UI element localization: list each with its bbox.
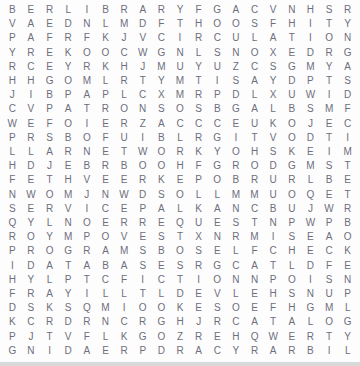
grid-cell-r3c14[interactable]: L bbox=[245, 31, 264, 45]
grid-cell-r1c2[interactable]: E bbox=[22, 3, 41, 17]
grid-cell-r17c6[interactable]: O bbox=[96, 230, 115, 244]
grid-cell-r12c6[interactable]: R bbox=[96, 159, 115, 173]
grid-cell-r19c2[interactable]: D bbox=[22, 259, 41, 273]
grid-cell-r25c8[interactable]: P bbox=[133, 344, 152, 358]
grid-cell-r12c15[interactable]: D bbox=[264, 159, 283, 173]
grid-cell-r19c10[interactable]: S bbox=[171, 259, 190, 273]
grid-cell-r7c12[interactable]: P bbox=[208, 88, 227, 102]
grid-cell-r22c1[interactable]: D bbox=[3, 301, 22, 315]
grid-cell-r20c4[interactable]: P bbox=[59, 273, 78, 287]
grid-cell-r13c16[interactable]: R bbox=[282, 173, 301, 187]
grid-cell-r13c17[interactable]: L bbox=[301, 173, 320, 187]
grid-cell-r16c16[interactable]: P bbox=[282, 216, 301, 230]
grid-cell-r10c16[interactable]: O bbox=[282, 131, 301, 145]
grid-cell-r6c5[interactable]: M bbox=[78, 74, 97, 88]
grid-cell-r13c3[interactable]: T bbox=[40, 173, 59, 187]
grid-cell-r16c1[interactable]: Q bbox=[3, 216, 22, 230]
grid-cell-r24c15[interactable]: W bbox=[264, 330, 283, 344]
grid-cell-r14c1[interactable]: N bbox=[3, 188, 22, 202]
grid-cell-r6c10[interactable]: M bbox=[171, 74, 190, 88]
grid-cell-r4c19[interactable]: G bbox=[338, 46, 357, 60]
grid-cell-r14c16[interactable]: O bbox=[282, 188, 301, 202]
grid-cell-r4c8[interactable]: W bbox=[133, 46, 152, 60]
grid-cell-r14c13[interactable]: M bbox=[227, 188, 246, 202]
grid-cell-r24c8[interactable]: G bbox=[133, 330, 152, 344]
grid-cell-r1c4[interactable]: L bbox=[59, 3, 78, 17]
grid-cell-r4c16[interactable]: E bbox=[282, 46, 301, 60]
grid-cell-r6c17[interactable]: P bbox=[301, 74, 320, 88]
grid-cell-r20c13[interactable]: N bbox=[227, 273, 246, 287]
grid-cell-r9c16[interactable]: O bbox=[282, 117, 301, 131]
grid-cell-r3c8[interactable]: V bbox=[133, 31, 152, 45]
grid-cell-r21c17[interactable]: N bbox=[301, 287, 320, 301]
grid-cell-r9c19[interactable]: C bbox=[338, 117, 357, 131]
grid-cell-r20c14[interactable]: N bbox=[245, 273, 264, 287]
grid-cell-r14c15[interactable]: U bbox=[264, 188, 283, 202]
grid-cell-r7c2[interactable]: I bbox=[22, 88, 41, 102]
grid-cell-r2c19[interactable]: Y bbox=[338, 17, 357, 31]
grid-cell-r13c19[interactable]: E bbox=[338, 173, 357, 187]
grid-cell-r15c18[interactable]: W bbox=[320, 202, 339, 216]
grid-cell-r21c16[interactable]: S bbox=[282, 287, 301, 301]
grid-cell-r24c19[interactable]: Y bbox=[338, 330, 357, 344]
grid-cell-r7c11[interactable]: R bbox=[189, 88, 208, 102]
grid-cell-r25c13[interactable]: Y bbox=[227, 344, 246, 358]
grid-cell-r20c16[interactable]: O bbox=[282, 273, 301, 287]
grid-cell-r3c15[interactable]: A bbox=[264, 31, 283, 45]
grid-cell-r23c5[interactable]: R bbox=[78, 315, 97, 329]
grid-cell-r11c17[interactable]: E bbox=[301, 145, 320, 159]
grid-cell-r1c16[interactable]: N bbox=[282, 3, 301, 17]
grid-cell-r6c4[interactable]: O bbox=[59, 74, 78, 88]
grid-cell-r17c19[interactable]: O bbox=[338, 230, 357, 244]
grid-cell-r24c2[interactable]: J bbox=[22, 330, 41, 344]
grid-cell-r8c19[interactable]: F bbox=[338, 102, 357, 116]
grid-cell-r4c5[interactable]: O bbox=[78, 46, 97, 60]
grid-cell-r1c13[interactable]: A bbox=[227, 3, 246, 17]
grid-cell-r12c13[interactable]: R bbox=[227, 159, 246, 173]
grid-cell-r24c13[interactable]: H bbox=[227, 330, 246, 344]
grid-cell-r9c12[interactable]: C bbox=[208, 117, 227, 131]
grid-cell-r7c9[interactable]: X bbox=[152, 88, 171, 102]
grid-cell-r7c14[interactable]: L bbox=[245, 88, 264, 102]
grid-cell-r5c11[interactable]: Y bbox=[189, 60, 208, 74]
grid-cell-r25c15[interactable]: A bbox=[264, 344, 283, 358]
grid-cell-r23c1[interactable]: K bbox=[3, 315, 22, 329]
grid-cell-r2c12[interactable]: O bbox=[208, 17, 227, 31]
grid-cell-r9c8[interactable]: Z bbox=[133, 117, 152, 131]
grid-cell-r18c10[interactable]: O bbox=[171, 244, 190, 258]
grid-cell-r11c9[interactable]: O bbox=[152, 145, 171, 159]
grid-cell-r25c12[interactable]: C bbox=[208, 344, 227, 358]
grid-cell-r15c16[interactable]: U bbox=[282, 202, 301, 216]
grid-cell-r8c7[interactable]: O bbox=[115, 102, 134, 116]
grid-cell-r6c15[interactable]: Y bbox=[264, 74, 283, 88]
grid-cell-r9c2[interactable]: E bbox=[22, 117, 41, 131]
grid-cell-r1c12[interactable]: G bbox=[208, 3, 227, 17]
grid-cell-r14c3[interactable]: O bbox=[40, 188, 59, 202]
grid-cell-r19c12[interactable]: G bbox=[208, 259, 227, 273]
grid-cell-r14c14[interactable]: M bbox=[245, 188, 264, 202]
grid-cell-r7c17[interactable]: W bbox=[301, 88, 320, 102]
grid-cell-r6c12[interactable]: I bbox=[208, 74, 227, 88]
grid-cell-r16c12[interactable]: E bbox=[208, 216, 227, 230]
grid-cell-r4c2[interactable]: R bbox=[22, 46, 41, 60]
grid-cell-r8c15[interactable]: L bbox=[264, 102, 283, 116]
grid-cell-r12c5[interactable]: B bbox=[78, 159, 97, 173]
grid-cell-r22c17[interactable]: G bbox=[301, 301, 320, 315]
grid-cell-r3c13[interactable]: U bbox=[227, 31, 246, 45]
grid-cell-r22c10[interactable]: K bbox=[171, 301, 190, 315]
grid-cell-r8c1[interactable]: C bbox=[3, 102, 22, 116]
grid-cell-r25c5[interactable]: A bbox=[78, 344, 97, 358]
grid-cell-r18c1[interactable]: P bbox=[3, 244, 22, 258]
grid-cell-r22c11[interactable]: E bbox=[189, 301, 208, 315]
grid-cell-r16c18[interactable]: P bbox=[320, 216, 339, 230]
grid-cell-r18c3[interactable]: O bbox=[40, 244, 59, 258]
grid-cell-r15c5[interactable]: I bbox=[78, 202, 97, 216]
grid-cell-r15c15[interactable]: B bbox=[264, 202, 283, 216]
grid-cell-r20c8[interactable]: I bbox=[133, 273, 152, 287]
grid-cell-r16c3[interactable]: L bbox=[40, 216, 59, 230]
grid-cell-r23c15[interactable]: T bbox=[264, 315, 283, 329]
grid-cell-r16c11[interactable]: U bbox=[189, 216, 208, 230]
grid-cell-r21c7[interactable]: L bbox=[115, 287, 134, 301]
grid-cell-r10c15[interactable]: V bbox=[264, 131, 283, 145]
grid-cell-r8c18[interactable]: M bbox=[320, 102, 339, 116]
grid-cell-r5c18[interactable]: Y bbox=[320, 60, 339, 74]
grid-cell-r8c16[interactable]: B bbox=[282, 102, 301, 116]
grid-cell-r24c14[interactable]: Q bbox=[245, 330, 264, 344]
grid-cell-r17c8[interactable]: E bbox=[133, 230, 152, 244]
grid-cell-r19c7[interactable]: A bbox=[115, 259, 134, 273]
grid-cell-r19c1[interactable]: I bbox=[3, 259, 22, 273]
grid-cell-r6c16[interactable]: D bbox=[282, 74, 301, 88]
grid-cell-r16c9[interactable]: E bbox=[152, 216, 171, 230]
grid-cell-r21c9[interactable]: L bbox=[152, 287, 171, 301]
grid-cell-r21c2[interactable]: R bbox=[22, 287, 41, 301]
grid-cell-r21c1[interactable]: F bbox=[3, 287, 22, 301]
grid-cell-r9c13[interactable]: E bbox=[227, 117, 246, 131]
grid-cell-r15c3[interactable]: R bbox=[40, 202, 59, 216]
grid-cell-r15c7[interactable]: E bbox=[115, 202, 134, 216]
grid-cell-r5c19[interactable]: A bbox=[338, 60, 357, 74]
grid-cell-r24c16[interactable]: E bbox=[282, 330, 301, 344]
grid-cell-r3c6[interactable]: K bbox=[96, 31, 115, 45]
grid-cell-r2c1[interactable]: V bbox=[3, 17, 22, 31]
grid-cell-r4c1[interactable]: Y bbox=[3, 46, 22, 60]
grid-cell-r17c7[interactable]: V bbox=[115, 230, 134, 244]
grid-cell-r20c10[interactable]: T bbox=[171, 273, 190, 287]
grid-cell-r18c12[interactable]: E bbox=[208, 244, 227, 258]
grid-cell-r14c17[interactable]: Q bbox=[301, 188, 320, 202]
grid-cell-r7c1[interactable]: J bbox=[3, 88, 22, 102]
grid-cell-r2c3[interactable]: E bbox=[40, 17, 59, 31]
grid-cell-r11c7[interactable]: T bbox=[115, 145, 134, 159]
grid-cell-r9c3[interactable]: F bbox=[40, 117, 59, 131]
grid-cell-r24c4[interactable]: V bbox=[59, 330, 78, 344]
grid-cell-r22c19[interactable]: L bbox=[338, 301, 357, 315]
grid-cell-r2c18[interactable]: T bbox=[320, 17, 339, 31]
grid-cell-r2c11[interactable]: H bbox=[189, 17, 208, 31]
grid-cell-r21c10[interactable]: D bbox=[171, 287, 190, 301]
grid-cell-r8c14[interactable]: A bbox=[245, 102, 264, 116]
grid-cell-r1c7[interactable]: R bbox=[115, 3, 134, 17]
grid-cell-r5c2[interactable]: C bbox=[22, 60, 41, 74]
grid-cell-r1c1[interactable]: B bbox=[3, 3, 22, 17]
grid-cell-r5c3[interactable]: E bbox=[40, 60, 59, 74]
grid-cell-r25c3[interactable]: I bbox=[40, 344, 59, 358]
grid-cell-r20c11[interactable]: I bbox=[189, 273, 208, 287]
grid-cell-r17c4[interactable]: M bbox=[59, 230, 78, 244]
grid-cell-r17c11[interactable]: X bbox=[189, 230, 208, 244]
grid-cell-r22c2[interactable]: S bbox=[22, 301, 41, 315]
grid-cell-r3c7[interactable]: J bbox=[115, 31, 134, 45]
grid-cell-r24c1[interactable]: P bbox=[3, 330, 22, 344]
grid-cell-r23c11[interactable]: J bbox=[189, 315, 208, 329]
grid-cell-r7c19[interactable]: D bbox=[338, 88, 357, 102]
grid-cell-r21c11[interactable]: E bbox=[189, 287, 208, 301]
grid-cell-r17c10[interactable]: T bbox=[171, 230, 190, 244]
grid-cell-r10c7[interactable]: U bbox=[115, 131, 134, 145]
grid-cell-r24c9[interactable]: O bbox=[152, 330, 171, 344]
grid-cell-r4c13[interactable]: N bbox=[227, 46, 246, 60]
grid-cell-r12c19[interactable]: T bbox=[338, 159, 357, 173]
grid-cell-r4c14[interactable]: O bbox=[245, 46, 264, 60]
grid-cell-r16c13[interactable]: S bbox=[227, 216, 246, 230]
grid-cell-r12c2[interactable]: D bbox=[22, 159, 41, 173]
grid-cell-r5c17[interactable]: M bbox=[301, 60, 320, 74]
grid-cell-r22c4[interactable]: S bbox=[59, 301, 78, 315]
grid-cell-r9c11[interactable]: C bbox=[189, 117, 208, 131]
grid-cell-r22c14[interactable]: E bbox=[245, 301, 264, 315]
grid-cell-r22c8[interactable]: O bbox=[133, 301, 152, 315]
grid-cell-r18c13[interactable]: L bbox=[227, 244, 246, 258]
grid-cell-r5c12[interactable]: U bbox=[208, 60, 227, 74]
grid-cell-r19c8[interactable]: S bbox=[133, 259, 152, 273]
grid-cell-r3c2[interactable]: A bbox=[22, 31, 41, 45]
grid-cell-r18c17[interactable]: E bbox=[301, 244, 320, 258]
grid-cell-r16c4[interactable]: N bbox=[59, 216, 78, 230]
grid-cell-r4c7[interactable]: C bbox=[115, 46, 134, 60]
grid-cell-r20c9[interactable]: C bbox=[152, 273, 171, 287]
grid-cell-r6c6[interactable]: L bbox=[96, 74, 115, 88]
grid-cell-r24c6[interactable]: L bbox=[96, 330, 115, 344]
grid-cell-r14c11[interactable]: L bbox=[189, 188, 208, 202]
grid-cell-r6c8[interactable]: T bbox=[133, 74, 152, 88]
grid-cell-r10c14[interactable]: T bbox=[245, 131, 264, 145]
grid-cell-r18c19[interactable]: K bbox=[338, 244, 357, 258]
grid-cell-r25c10[interactable]: R bbox=[171, 344, 190, 358]
grid-cell-r13c18[interactable]: B bbox=[320, 173, 339, 187]
grid-cell-r4c9[interactable]: G bbox=[152, 46, 171, 60]
grid-cell-r19c5[interactable]: A bbox=[78, 259, 97, 273]
grid-cell-r11c16[interactable]: K bbox=[282, 145, 301, 159]
grid-cell-r11c19[interactable]: M bbox=[338, 145, 357, 159]
grid-cell-r6c9[interactable]: Y bbox=[152, 74, 171, 88]
grid-cell-r20c19[interactable]: N bbox=[338, 273, 357, 287]
grid-cell-r14c19[interactable]: T bbox=[338, 188, 357, 202]
grid-cell-r2c5[interactable]: N bbox=[78, 17, 97, 31]
grid-cell-r1c8[interactable]: A bbox=[133, 3, 152, 17]
grid-cell-r22c15[interactable]: F bbox=[264, 301, 283, 315]
grid-cell-r5c6[interactable]: K bbox=[96, 60, 115, 74]
grid-cell-r20c6[interactable]: C bbox=[96, 273, 115, 287]
grid-cell-r16c14[interactable]: T bbox=[245, 216, 264, 230]
grid-cell-r13c5[interactable]: V bbox=[78, 173, 97, 187]
grid-cell-r2c16[interactable]: H bbox=[282, 17, 301, 31]
grid-cell-r10c8[interactable]: I bbox=[133, 131, 152, 145]
grid-cell-r23c14[interactable]: A bbox=[245, 315, 264, 329]
grid-cell-r13c9[interactable]: K bbox=[152, 173, 171, 187]
grid-cell-r10c17[interactable]: D bbox=[301, 131, 320, 145]
grid-cell-r8c10[interactable]: O bbox=[171, 102, 190, 116]
grid-cell-r15c19[interactable]: R bbox=[338, 202, 357, 216]
grid-cell-r6c13[interactable]: S bbox=[227, 74, 246, 88]
grid-cell-r13c2[interactable]: E bbox=[22, 173, 41, 187]
grid-cell-r9c10[interactable]: C bbox=[171, 117, 190, 131]
grid-cell-r4c6[interactable]: O bbox=[96, 46, 115, 60]
grid-cell-r8c8[interactable]: N bbox=[133, 102, 152, 116]
grid-cell-r4c17[interactable]: D bbox=[301, 46, 320, 60]
grid-cell-r16c2[interactable]: Y bbox=[22, 216, 41, 230]
grid-cell-r10c1[interactable]: P bbox=[3, 131, 22, 145]
grid-cell-r25c18[interactable]: I bbox=[320, 344, 339, 358]
grid-cell-r23c2[interactable]: C bbox=[22, 315, 41, 329]
grid-cell-r10c2[interactable]: R bbox=[22, 131, 41, 145]
grid-cell-r12c17[interactable]: M bbox=[301, 159, 320, 173]
grid-cell-r20c15[interactable]: P bbox=[264, 273, 283, 287]
grid-cell-r24c5[interactable]: F bbox=[78, 330, 97, 344]
grid-cell-r12c9[interactable]: O bbox=[152, 159, 171, 173]
grid-cell-r1c3[interactable]: R bbox=[40, 3, 59, 17]
grid-cell-r15c11[interactable]: K bbox=[189, 202, 208, 216]
grid-cell-r22c3[interactable]: K bbox=[40, 301, 59, 315]
grid-cell-r25c17[interactable]: B bbox=[301, 344, 320, 358]
grid-cell-r7c3[interactable]: B bbox=[40, 88, 59, 102]
grid-cell-r2c17[interactable]: I bbox=[301, 17, 320, 31]
grid-cell-r16c10[interactable]: Q bbox=[171, 216, 190, 230]
grid-cell-r14c4[interactable]: M bbox=[59, 188, 78, 202]
grid-cell-r6c11[interactable]: T bbox=[189, 74, 208, 88]
grid-cell-r12c14[interactable]: O bbox=[245, 159, 264, 173]
grid-cell-r4c18[interactable]: R bbox=[320, 46, 339, 60]
grid-cell-r17c1[interactable]: R bbox=[3, 230, 22, 244]
grid-cell-r9c9[interactable]: A bbox=[152, 117, 171, 131]
grid-cell-r21c18[interactable]: U bbox=[320, 287, 339, 301]
grid-cell-r14c10[interactable]: O bbox=[171, 188, 190, 202]
grid-cell-r19c4[interactable]: T bbox=[59, 259, 78, 273]
grid-cell-r9c18[interactable]: E bbox=[320, 117, 339, 131]
grid-cell-r21c4[interactable]: Y bbox=[59, 287, 78, 301]
grid-cell-r17c5[interactable]: P bbox=[78, 230, 97, 244]
grid-cell-r10c18[interactable]: T bbox=[320, 131, 339, 145]
grid-cell-r7c4[interactable]: P bbox=[59, 88, 78, 102]
grid-cell-r18c16[interactable]: H bbox=[282, 244, 301, 258]
grid-cell-r5c4[interactable]: Y bbox=[59, 60, 78, 74]
grid-cell-r17c18[interactable]: A bbox=[320, 230, 339, 244]
grid-cell-r12c4[interactable]: E bbox=[59, 159, 78, 173]
grid-cell-r15c12[interactable]: A bbox=[208, 202, 227, 216]
grid-cell-r8c6[interactable]: R bbox=[96, 102, 115, 116]
grid-cell-r16c19[interactable]: B bbox=[338, 216, 357, 230]
grid-cell-r23c9[interactable]: G bbox=[152, 315, 171, 329]
grid-cell-r5c16[interactable]: G bbox=[282, 60, 301, 74]
grid-cell-r11c2[interactable]: L bbox=[22, 145, 41, 159]
grid-cell-r13c4[interactable]: H bbox=[59, 173, 78, 187]
grid-cell-r10c6[interactable]: F bbox=[96, 131, 115, 145]
grid-cell-r12c1[interactable]: H bbox=[3, 159, 22, 173]
grid-cell-r18c2[interactable]: R bbox=[22, 244, 41, 258]
grid-cell-r14c18[interactable]: E bbox=[320, 188, 339, 202]
grid-cell-r10c5[interactable]: O bbox=[78, 131, 97, 145]
grid-cell-r6c3[interactable]: G bbox=[40, 74, 59, 88]
grid-cell-r21c15[interactable]: H bbox=[264, 287, 283, 301]
grid-cell-r10c10[interactable]: L bbox=[171, 131, 190, 145]
grid-cell-r3c5[interactable]: F bbox=[78, 31, 97, 45]
grid-cell-r21c19[interactable]: P bbox=[338, 287, 357, 301]
grid-cell-r20c2[interactable]: Y bbox=[22, 273, 41, 287]
grid-cell-r1c15[interactable]: V bbox=[264, 3, 283, 17]
grid-cell-r11c13[interactable]: O bbox=[227, 145, 246, 159]
grid-cell-r15c17[interactable]: J bbox=[301, 202, 320, 216]
grid-cell-r23c18[interactable]: O bbox=[320, 315, 339, 329]
grid-cell-r8c12[interactable]: B bbox=[208, 102, 227, 116]
grid-cell-r5c5[interactable]: R bbox=[78, 60, 97, 74]
grid-cell-r23c17[interactable]: L bbox=[301, 315, 320, 329]
grid-cell-r7c16[interactable]: U bbox=[282, 88, 301, 102]
grid-cell-r3c9[interactable]: C bbox=[152, 31, 171, 45]
grid-cell-r11c5[interactable]: N bbox=[78, 145, 97, 159]
grid-cell-r4c11[interactable]: L bbox=[189, 46, 208, 60]
grid-cell-r22c5[interactable]: Q bbox=[78, 301, 97, 315]
grid-cell-r18c4[interactable]: G bbox=[59, 244, 78, 258]
grid-cell-r23c3[interactable]: R bbox=[40, 315, 59, 329]
grid-cell-r24c11[interactable]: R bbox=[189, 330, 208, 344]
grid-cell-r9c7[interactable]: R bbox=[115, 117, 134, 131]
grid-cell-r25c4[interactable]: D bbox=[59, 344, 78, 358]
grid-cell-r14c5[interactable]: J bbox=[78, 188, 97, 202]
grid-cell-r9c15[interactable]: K bbox=[264, 117, 283, 131]
grid-cell-r5c8[interactable]: J bbox=[133, 60, 152, 74]
grid-cell-r6c19[interactable]: S bbox=[338, 74, 357, 88]
grid-cell-r14c8[interactable]: D bbox=[133, 188, 152, 202]
grid-cell-r11c12[interactable]: Y bbox=[208, 145, 227, 159]
grid-cell-r11c15[interactable]: S bbox=[264, 145, 283, 159]
grid-cell-r3c18[interactable]: O bbox=[320, 31, 339, 45]
grid-cell-r25c11[interactable]: A bbox=[189, 344, 208, 358]
grid-cell-r22c7[interactable]: I bbox=[115, 301, 134, 315]
grid-cell-r18c8[interactable]: S bbox=[133, 244, 152, 258]
grid-cell-r19c6[interactable]: B bbox=[96, 259, 115, 273]
grid-cell-r19c14[interactable]: A bbox=[245, 259, 264, 273]
grid-cell-r18c9[interactable]: B bbox=[152, 244, 171, 258]
grid-cell-r2c15[interactable]: F bbox=[264, 17, 283, 31]
grid-cell-r5c1[interactable]: R bbox=[3, 60, 22, 74]
grid-cell-r17c2[interactable]: O bbox=[22, 230, 41, 244]
grid-cell-r1c11[interactable]: F bbox=[189, 3, 208, 17]
grid-cell-r3c16[interactable]: T bbox=[282, 31, 301, 45]
grid-cell-r21c8[interactable]: T bbox=[133, 287, 152, 301]
grid-cell-r10c13[interactable]: I bbox=[227, 131, 246, 145]
grid-cell-r12c8[interactable]: O bbox=[133, 159, 152, 173]
grid-cell-r15c13[interactable]: N bbox=[227, 202, 246, 216]
grid-cell-r8c2[interactable]: V bbox=[22, 102, 41, 116]
grid-cell-r19c11[interactable]: R bbox=[189, 259, 208, 273]
grid-cell-r25c2[interactable]: N bbox=[22, 344, 41, 358]
grid-cell-r25c9[interactable]: D bbox=[152, 344, 171, 358]
grid-cell-r7c18[interactable]: I bbox=[320, 88, 339, 102]
